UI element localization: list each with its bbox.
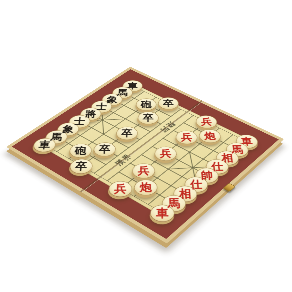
red-cannon-glyph: 炮 bbox=[135, 178, 157, 197]
xiangqi-board: 楚河 漢界 車卒兵車馬砲炮馬象卒兵相士仕將卒兵帥士仕象卒兵相馬砲炮馬車卒兵車 bbox=[6, 67, 284, 244]
red-soldier-glyph: 兵 bbox=[109, 179, 132, 198]
black-soldier-glyph: 卒 bbox=[159, 96, 179, 111]
piece-red-cannon[interactable]: 炮 bbox=[129, 176, 162, 198]
black-soldier-glyph: 卒 bbox=[94, 141, 116, 158]
black-soldier-glyph: 卒 bbox=[116, 125, 137, 141]
pieces-layer: 車卒兵車馬砲炮馬象卒兵相士仕將卒兵帥士仕象卒兵相馬砲炮馬車卒兵車 bbox=[33, 80, 259, 223]
piece-black-soldier[interactable]: 卒 bbox=[133, 109, 163, 127]
piece-red-cannon[interactable]: 炮 bbox=[195, 127, 225, 146]
piece-red-soldier[interactable]: 兵 bbox=[104, 178, 137, 200]
brass-latch bbox=[223, 183, 236, 192]
piece-black-soldier[interactable]: 卒 bbox=[89, 139, 120, 159]
red-chariot-glyph: 車 bbox=[151, 203, 174, 224]
black-soldier-glyph: 卒 bbox=[138, 110, 158, 126]
product-photo-scene: 楚河 漢界 車卒兵車馬砲炮馬象卒兵相士仕將卒兵帥士仕象卒兵相馬砲炮馬車卒兵車 bbox=[0, 0, 292, 292]
red-soldier-glyph: 兵 bbox=[155, 145, 177, 163]
red-soldier-glyph: 兵 bbox=[176, 129, 198, 146]
red-cannon-glyph: 炮 bbox=[199, 128, 221, 145]
piece-black-soldier[interactable]: 卒 bbox=[112, 124, 142, 143]
piece-black-soldier[interactable]: 卒 bbox=[154, 95, 183, 112]
piece-red-soldier[interactable]: 兵 bbox=[171, 128, 201, 147]
black-chariot-glyph: 車 bbox=[33, 136, 56, 153]
piece-red-soldier[interactable]: 兵 bbox=[150, 144, 181, 164]
black-soldier-glyph: 卒 bbox=[69, 157, 92, 175]
